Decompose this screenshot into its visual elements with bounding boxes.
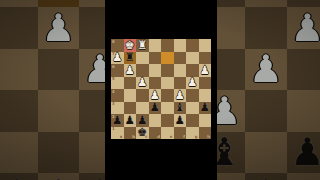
square-d6[interactable] [149,64,162,77]
white-pawn: ♟ [187,77,197,89]
square-f2[interactable]: ♟ [174,114,187,127]
square-g8[interactable] [186,39,199,52]
square-a5[interactable]: 5 [111,77,124,90]
rank-label-6: 6 [112,65,115,69]
file-label-d: d [157,135,160,139]
square-h2[interactable] [199,114,212,127]
black-bishop: ♝ [175,102,185,114]
file-label-c: c [145,135,147,139]
square-c5[interactable]: ♟ [136,77,149,90]
square-g4[interactable] [186,89,199,102]
square-e6[interactable] [161,64,174,77]
file-label-b: b [132,135,135,139]
file-label-a: a [120,135,123,139]
square-d2[interactable] [149,114,162,127]
black-pawn: ♟ [125,115,135,127]
square-d8[interactable] [149,39,162,52]
rank-label-8: 8 [112,40,115,44]
square-f1[interactable]: f [174,127,187,140]
square-g7[interactable] [186,52,199,65]
white-pawn: ♟ [137,77,147,89]
square-d1[interactable]: d [149,127,162,140]
rank-label-5: 5 [112,77,115,81]
black-pawn: ♟ [150,102,160,114]
square-h3[interactable]: ♟ [199,102,212,115]
square-f8[interactable] [174,39,187,52]
white-rook: ♜ [137,40,147,52]
square-a4[interactable]: 4 [111,89,124,102]
square-f6[interactable] [174,64,187,77]
square-c1[interactable]: c♚ [136,127,149,140]
square-c4[interactable] [136,89,149,102]
black-pawn: ♟ [175,115,185,127]
square-a7[interactable]: 7♟ [111,52,124,65]
square-b5[interactable] [124,77,137,90]
square-h6[interactable]: ♟ [199,64,212,77]
square-d3[interactable]: ♟ [149,102,162,115]
square-e1[interactable]: e [161,127,174,140]
rank-label-1: 1 [112,127,115,131]
file-label-h: h [207,135,210,139]
video-frame: ♟♜♟♟♟♟♟♝♟♟♟♟♟ 8♚♜7♟♜6♟♟5♟♟4♟♟3♟♝♟2♟♟♟♟1a… [0,0,320,180]
file-label-g: g [195,135,198,139]
square-b1[interactable]: b [124,127,137,140]
square-e8[interactable] [161,39,174,52]
black-pawn: ♟ [200,102,210,114]
square-b6[interactable]: ♟ [124,64,137,77]
file-label-e: e [170,135,173,139]
square-e7[interactable] [161,52,174,65]
black-rook: ♜ [125,52,135,64]
square-g2[interactable] [186,114,199,127]
square-g1[interactable]: g [186,127,199,140]
square-a2[interactable]: 2♟ [111,114,124,127]
rank-label-7: 7 [112,52,115,56]
white-pawn: ♟ [125,65,135,77]
square-e3[interactable] [161,102,174,115]
square-g3[interactable] [186,102,199,115]
square-c8[interactable]: ♜ [136,39,149,52]
chess-board: 8♚♜7♟♜6♟♟5♟♟4♟♟3♟♝♟2♟♟♟♟1abc♚defgh [111,39,211,139]
square-b4[interactable] [124,89,137,102]
square-e4[interactable] [161,89,174,102]
square-c7[interactable] [136,52,149,65]
square-f7[interactable] [174,52,187,65]
square-b2[interactable]: ♟ [124,114,137,127]
square-e2[interactable] [161,114,174,127]
white-pawn: ♟ [200,65,210,77]
square-h1[interactable]: h [199,127,212,140]
file-label-f: f [183,135,185,139]
square-h8[interactable] [199,39,212,52]
center-panel: 8♚♜7♟♜6♟♟5♟♟4♟♟3♟♝♟2♟♟♟♟1abc♚defgh [105,0,217,180]
rank-label-3: 3 [112,102,115,106]
square-a1[interactable]: 1a [111,127,124,140]
rank-label-4: 4 [112,90,115,94]
square-a6[interactable]: 6 [111,64,124,77]
rank-label-2: 2 [112,115,115,119]
square-g5[interactable]: ♟ [186,77,199,90]
square-e5[interactable] [161,77,174,90]
square-h5[interactable] [199,77,212,90]
square-d7[interactable] [149,52,162,65]
